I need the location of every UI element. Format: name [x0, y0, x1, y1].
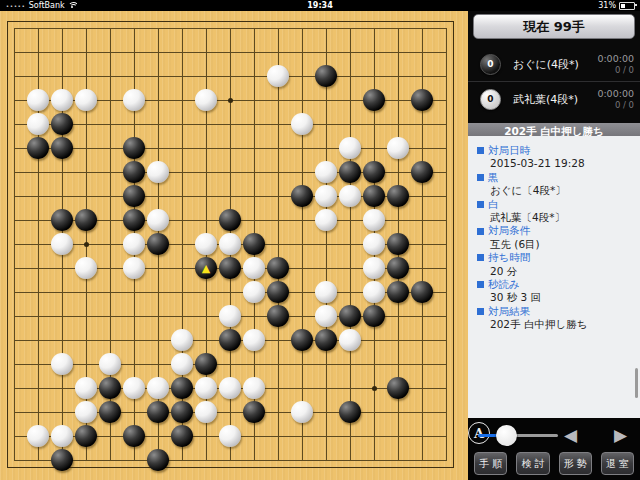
black-player-name: おぐに(4段*): [513, 57, 597, 72]
black-stone: [99, 377, 121, 399]
black-stone: [291, 185, 313, 207]
bullet-icon: [477, 308, 484, 315]
black-stone: [171, 425, 193, 447]
black-stone: [339, 161, 361, 183]
white-stone: [315, 185, 337, 207]
clock-label: 19:34: [0, 1, 640, 10]
white-stone: [75, 401, 97, 423]
black-stone: [27, 137, 49, 159]
black-stone: [291, 329, 313, 351]
white-stone: [243, 281, 265, 303]
star-point: [84, 242, 89, 247]
white-stone: [363, 233, 385, 255]
white-stone: [315, 281, 337, 303]
black-stone: [315, 329, 337, 351]
white-stone: [219, 305, 241, 327]
battery-icon: [619, 2, 635, 10]
black-stone: [411, 89, 433, 111]
white-stone: [75, 89, 97, 111]
white-stone: [315, 161, 337, 183]
black-stone: [339, 305, 361, 327]
white-stone: [291, 113, 313, 135]
white-stone: [315, 209, 337, 231]
white-stone: [51, 353, 73, 375]
review-button[interactable]: 検討: [516, 452, 549, 475]
status-bar: ••••• SoftBank 19:34 31%: [0, 0, 640, 11]
player-row-black[interactable]: 0 おぐに(4段*) 0:00:00 0 / 0: [468, 47, 640, 81]
black-stone: [363, 161, 385, 183]
white-stone: [75, 377, 97, 399]
move-slider[interactable]: ◀ A ▶: [468, 422, 640, 448]
slider-track[interactable]: [478, 434, 558, 437]
white-stone: [363, 281, 385, 303]
black-stone: [267, 257, 289, 279]
white-stone: [51, 233, 73, 255]
bullet-icon: [477, 174, 484, 181]
black-stone: [387, 281, 409, 303]
white-stone: [51, 89, 73, 111]
white-stone: [27, 89, 49, 111]
current-move-header[interactable]: 現在 99手: [473, 14, 635, 39]
black-stone: [363, 89, 385, 111]
white-stone: [75, 257, 97, 279]
white-stone: [315, 305, 337, 327]
black-stone: [387, 233, 409, 255]
slider-knob[interactable]: [496, 425, 517, 446]
black-stone: [123, 185, 145, 207]
white-stone: [291, 401, 313, 423]
white-player-time: 0:00:00: [597, 88, 634, 100]
player-row-white[interactable]: 0 武礼葉(4段*) 0:00:00 0 / 0: [468, 81, 640, 116]
black-stone: [411, 281, 433, 303]
info-item: 対局日時 2015-03-21 19:28 黒 おぐに〔4段*〕 白 武礼葉〔4…: [477, 144, 640, 332]
star-point: [372, 386, 377, 391]
black-stone: [147, 401, 169, 423]
black-stone: [195, 257, 217, 279]
white-stone: [243, 257, 265, 279]
white-stone: [195, 377, 217, 399]
black-stone: [339, 401, 361, 423]
black-stone: [363, 305, 385, 327]
black-stone: [75, 425, 97, 447]
nav-buttons: 手順 検討 形勢 退室: [468, 452, 640, 475]
white-stone: [147, 161, 169, 183]
black-stone: [171, 377, 193, 399]
black-stone: [51, 209, 73, 231]
black-stone: [171, 401, 193, 423]
black-stone: [123, 209, 145, 231]
prev-move-button[interactable]: ◀: [564, 424, 577, 446]
black-stone: [315, 65, 337, 87]
player-list: 0 おぐに(4段*) 0:00:00 0 / 0 0 武礼葉(4段*) 0:00…: [468, 47, 640, 116]
white-stone: [147, 209, 169, 231]
black-stone: [387, 257, 409, 279]
white-player-name: 武礼葉(4段*): [513, 92, 597, 107]
white-stone: [195, 89, 217, 111]
black-stone-capture-badge: 0: [480, 54, 501, 75]
black-player-time: 0:00:00: [597, 53, 634, 65]
bullet-icon: [477, 228, 484, 235]
black-stone: [147, 233, 169, 255]
white-stone: [195, 401, 217, 423]
black-stone: [267, 281, 289, 303]
black-stone: [99, 401, 121, 423]
black-stone: [75, 209, 97, 231]
black-stone: [123, 161, 145, 183]
white-stone: [147, 377, 169, 399]
black-stone: [123, 425, 145, 447]
black-stone: [195, 353, 217, 375]
playback-bar: ◀ A ▶ 手順 検討 形勢 退室: [468, 418, 640, 480]
next-move-button[interactable]: ▶: [614, 424, 627, 446]
white-stone: [171, 353, 193, 375]
white-player-periods: 0 / 0: [597, 100, 634, 111]
black-stone: [219, 209, 241, 231]
white-stone: [27, 425, 49, 447]
bullet-icon: [477, 254, 484, 261]
evaluation-button[interactable]: 形勢: [559, 452, 592, 475]
black-stone: [219, 329, 241, 351]
bullet-icon: [477, 147, 484, 154]
white-stone: [51, 425, 73, 447]
game-info-panel: 対局日時 2015-03-21 19:28 黒 おぐに〔4段*〕 白 武礼葉〔4…: [468, 136, 640, 418]
white-stone: [99, 353, 121, 375]
star-point: [228, 98, 233, 103]
white-stone: [123, 233, 145, 255]
white-stone: [219, 233, 241, 255]
white-stone: [219, 377, 241, 399]
black-stone: [243, 233, 265, 255]
exit-button[interactable]: 退室: [601, 452, 634, 475]
scrollbar-thumb[interactable]: [635, 368, 638, 398]
black-stone: [51, 137, 73, 159]
auto-play-button[interactable]: A: [468, 422, 490, 444]
white-stone: [339, 185, 361, 207]
white-stone: [387, 137, 409, 159]
white-stone-capture-badge: 0: [480, 89, 501, 110]
white-stone: [243, 329, 265, 351]
black-stone: [123, 137, 145, 159]
white-stone: [219, 425, 241, 447]
white-stone: [123, 377, 145, 399]
black-stone: [51, 113, 73, 135]
white-stone: [243, 377, 265, 399]
white-stone: [363, 209, 385, 231]
white-stone: [339, 137, 361, 159]
black-stone: [51, 449, 73, 471]
go-board[interactable]: ▲: [0, 0, 468, 480]
white-stone: [195, 233, 217, 255]
white-stone: [267, 65, 289, 87]
white-stone: [363, 257, 385, 279]
white-stone: [339, 329, 361, 351]
black-stone: [267, 305, 289, 327]
white-stone: [171, 329, 193, 351]
black-stone: [387, 377, 409, 399]
black-player-periods: 0 / 0: [597, 65, 634, 76]
white-stone: [27, 113, 49, 135]
white-stone: [123, 89, 145, 111]
moves-button[interactable]: 手順: [474, 452, 507, 475]
black-stone: [219, 257, 241, 279]
bullet-icon: [477, 201, 484, 208]
bullet-icon: [477, 281, 484, 288]
black-stone: [147, 449, 169, 471]
white-stone: [123, 257, 145, 279]
black-stone: [363, 185, 385, 207]
black-stone: [243, 401, 265, 423]
black-stone: [387, 185, 409, 207]
black-stone: [411, 161, 433, 183]
